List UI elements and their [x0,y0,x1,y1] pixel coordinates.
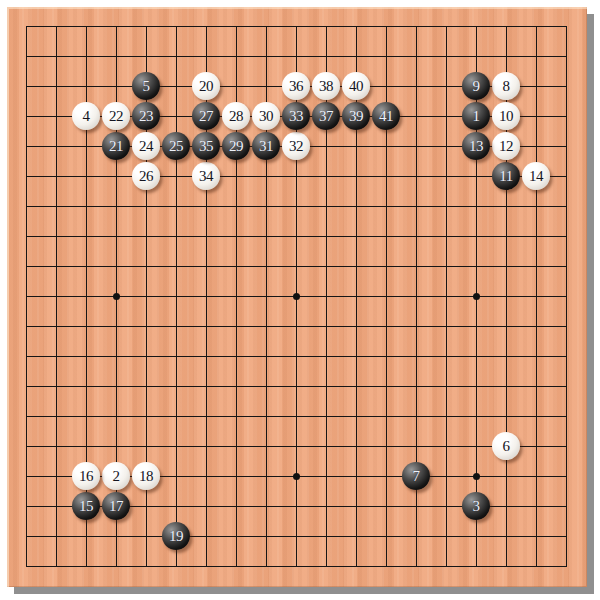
move-number: 5 [143,79,150,94]
move-number: 38 [319,79,333,94]
move-number: 35 [199,139,213,154]
stone-black-5: 5 [132,72,160,100]
stone-white-40: 40 [342,72,370,100]
move-number: 7 [413,469,420,484]
stone-black-13: 13 [462,132,490,160]
stone-black-31: 31 [252,132,280,160]
move-number: 8 [503,79,510,94]
move-number: 1 [473,109,480,124]
move-number: 16 [79,469,93,484]
move-number: 40 [349,79,363,94]
stone-white-12: 12 [492,132,520,160]
stone-white-10: 10 [492,102,520,130]
stone-black-15: 15 [72,492,100,520]
move-number: 20 [199,79,213,94]
move-number: 39 [349,109,363,124]
move-number: 11 [499,169,512,184]
stone-white-30: 30 [252,102,280,130]
move-number: 14 [529,169,543,184]
move-number: 30 [259,109,273,124]
move-number: 21 [109,139,123,154]
stone-black-35: 35 [192,132,220,160]
move-number: 3 [473,499,480,514]
stone-black-41: 41 [372,102,400,130]
stone-black-11: 11 [492,162,520,190]
stone-white-14: 14 [522,162,550,190]
stone-white-4: 4 [72,102,100,130]
stone-black-1: 1 [462,102,490,130]
stone-white-6: 6 [492,432,520,460]
stone-black-25: 25 [162,132,190,160]
move-number: 9 [473,79,480,94]
move-number: 4 [83,109,90,124]
stone-black-37: 37 [312,102,340,130]
stone-black-19: 19 [162,522,190,550]
move-number: 41 [379,109,393,124]
stone-white-22: 22 [102,102,130,130]
stone-white-36: 36 [282,72,310,100]
stone-black-27: 27 [192,102,220,130]
move-number: 18 [139,469,153,484]
stone-white-32: 32 [282,132,310,160]
stone-black-21: 21 [102,132,130,160]
stone-black-9: 9 [462,72,490,100]
move-number: 23 [139,109,153,124]
stone-white-18: 18 [132,462,160,490]
stone-white-24: 24 [132,132,160,160]
go-board[interactable]: 1234567891011121314151617181920212223242… [7,7,587,587]
move-number: 24 [139,139,153,154]
move-number: 10 [499,109,513,124]
stone-black-23: 23 [132,102,160,130]
move-number: 12 [499,139,513,154]
stone-white-26: 26 [132,162,160,190]
move-number: 27 [199,109,213,124]
move-number: 29 [229,139,243,154]
stone-black-33: 33 [282,102,310,130]
move-number: 32 [289,139,303,154]
stone-black-3: 3 [462,492,490,520]
move-number: 17 [109,499,123,514]
stone-black-7: 7 [402,462,430,490]
stone-black-17: 17 [102,492,130,520]
stone-white-2: 2 [102,462,130,490]
stone-black-29: 29 [222,132,250,160]
move-number: 6 [503,439,510,454]
stone-white-16: 16 [72,462,100,490]
stone-white-38: 38 [312,72,340,100]
move-number: 34 [199,169,213,184]
move-number: 37 [319,109,333,124]
move-number: 15 [79,499,93,514]
move-number: 26 [139,169,153,184]
move-number: 19 [169,529,183,544]
stone-white-34: 34 [192,162,220,190]
move-number: 33 [289,109,303,124]
move-number: 36 [289,79,303,94]
move-number: 31 [259,139,273,154]
move-number: 13 [469,139,483,154]
stone-white-28: 28 [222,102,250,130]
stone-white-20: 20 [192,72,220,100]
move-number: 2 [113,469,120,484]
stones-layer: 1234567891011121314151617181920212223242… [11,11,581,581]
move-number: 25 [169,139,183,154]
move-number: 28 [229,109,243,124]
stone-white-8: 8 [492,72,520,100]
move-number: 22 [109,109,123,124]
stone-black-39: 39 [342,102,370,130]
